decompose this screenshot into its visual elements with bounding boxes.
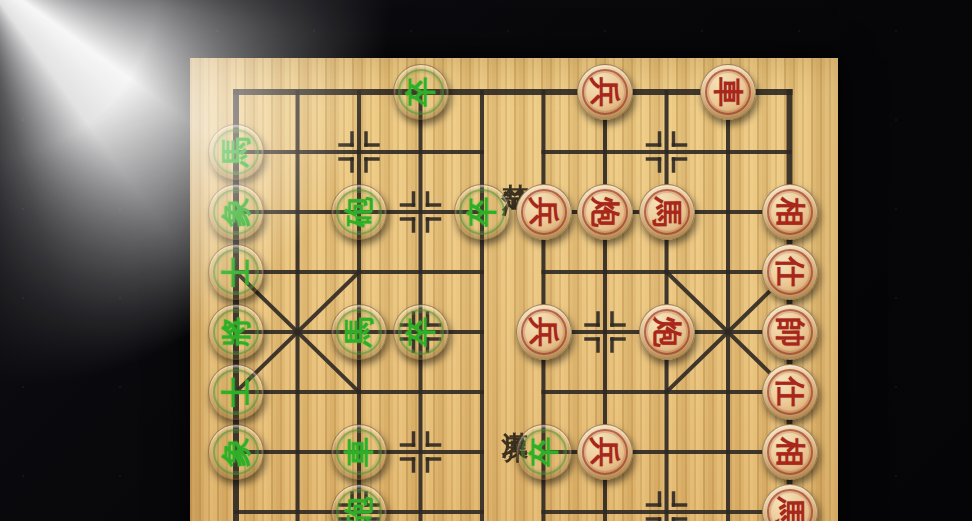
piece-green-elephant[interactable]: 象 xyxy=(208,424,264,480)
piece-ring: 兵 xyxy=(582,429,628,475)
piece-ring: 兵 xyxy=(521,309,567,355)
piece-ring: 仕 xyxy=(767,249,813,295)
piece-red-advisor[interactable]: 仕 xyxy=(762,364,818,420)
piece-character: 馬 xyxy=(344,317,374,347)
piece-red-general[interactable]: 帥 xyxy=(762,304,818,360)
piece-red-soldier[interactable]: 兵 xyxy=(516,184,572,240)
piece-character: 象 xyxy=(221,437,251,467)
piece-character: 象 xyxy=(221,197,251,227)
piece-ring: 馬 xyxy=(644,189,690,235)
piece-green-elephant[interactable]: 象 xyxy=(208,184,264,240)
piece-red-soldier[interactable]: 兵 xyxy=(516,304,572,360)
piece-character: 仕 xyxy=(775,257,805,287)
piece-ring: 卒 xyxy=(398,69,444,115)
piece-ring: 象 xyxy=(213,429,259,475)
piece-character: 兵 xyxy=(590,77,620,107)
piece-ring: 象 xyxy=(213,189,259,235)
piece-red-chariot[interactable]: 車 xyxy=(700,64,756,120)
scene: 楚河 漢界 馬象士將士象砲馬車砲卒卒卒卒兵車兵炮馬相仕兵炮帥仕兵相馬 xyxy=(0,0,972,521)
piece-character: 卒 xyxy=(406,77,436,107)
piece-ring: 帥 xyxy=(767,309,813,355)
piece-character: 砲 xyxy=(344,497,374,521)
piece-green-horse[interactable]: 馬 xyxy=(331,304,387,360)
piece-ring: 馬 xyxy=(767,489,813,521)
piece-red-horse[interactable]: 馬 xyxy=(639,184,695,240)
piece-character: 士 xyxy=(221,257,251,287)
piece-red-soldier[interactable]: 兵 xyxy=(577,424,633,480)
piece-ring: 仕 xyxy=(767,369,813,415)
piece-ring: 馬 xyxy=(336,309,382,355)
piece-character: 兵 xyxy=(529,197,559,227)
piece-ring: 相 xyxy=(767,189,813,235)
piece-character: 相 xyxy=(775,437,805,467)
piece-character: 馬 xyxy=(221,137,251,167)
piece-red-cannon[interactable]: 炮 xyxy=(577,184,633,240)
piece-character: 士 xyxy=(221,377,251,407)
piece-ring: 士 xyxy=(213,249,259,295)
piece-green-advisor[interactable]: 士 xyxy=(208,244,264,300)
xiangqi-board[interactable]: 楚河 漢界 馬象士將士象砲馬車砲卒卒卒卒兵車兵炮馬相仕兵炮帥仕兵相馬 xyxy=(190,58,838,521)
piece-character: 炮 xyxy=(590,197,620,227)
piece-character: 將 xyxy=(221,317,251,347)
piece-character: 卒 xyxy=(406,317,436,347)
river-text-bottom: 漢界 xyxy=(497,410,533,422)
piece-red-cannon[interactable]: 炮 xyxy=(639,304,695,360)
piece-character: 帥 xyxy=(775,317,805,347)
piece-character: 馬 xyxy=(775,497,805,521)
piece-green-advisor[interactable]: 士 xyxy=(208,364,264,420)
piece-ring: 兵 xyxy=(521,189,567,235)
piece-character: 炮 xyxy=(652,317,682,347)
piece-green-cannon[interactable]: 砲 xyxy=(331,184,387,240)
piece-ring: 炮 xyxy=(582,189,628,235)
piece-green-soldier[interactable]: 卒 xyxy=(393,64,449,120)
piece-character: 兵 xyxy=(590,437,620,467)
piece-green-general[interactable]: 將 xyxy=(208,304,264,360)
piece-ring: 相 xyxy=(767,429,813,475)
piece-character: 兵 xyxy=(529,317,559,347)
piece-red-elephant[interactable]: 相 xyxy=(762,184,818,240)
piece-green-soldier[interactable]: 卒 xyxy=(454,184,510,240)
piece-ring: 將 xyxy=(213,309,259,355)
piece-red-soldier[interactable]: 兵 xyxy=(577,64,633,120)
piece-ring: 車 xyxy=(705,69,751,115)
piece-green-soldier[interactable]: 卒 xyxy=(393,304,449,360)
piece-character: 卒 xyxy=(529,437,559,467)
piece-character: 相 xyxy=(775,197,805,227)
piece-ring: 卒 xyxy=(521,429,567,475)
piece-character: 仕 xyxy=(775,377,805,407)
piece-ring: 士 xyxy=(213,369,259,415)
piece-ring: 卒 xyxy=(398,309,444,355)
piece-green-soldier[interactable]: 卒 xyxy=(516,424,572,480)
piece-character: 車 xyxy=(713,77,743,107)
river-text-top: 楚河 xyxy=(497,162,533,174)
piece-ring: 砲 xyxy=(336,189,382,235)
piece-ring: 馬 xyxy=(213,129,259,175)
piece-character: 卒 xyxy=(467,197,497,227)
piece-green-chariot[interactable]: 車 xyxy=(331,424,387,480)
piece-red-advisor[interactable]: 仕 xyxy=(762,244,818,300)
piece-ring: 兵 xyxy=(582,69,628,115)
piece-ring: 砲 xyxy=(336,489,382,521)
board-grid xyxy=(190,58,838,521)
piece-red-elephant[interactable]: 相 xyxy=(762,424,818,480)
piece-ring: 卒 xyxy=(459,189,505,235)
piece-green-horse[interactable]: 馬 xyxy=(208,124,264,180)
piece-ring: 炮 xyxy=(644,309,690,355)
piece-character: 車 xyxy=(344,437,374,467)
piece-ring: 車 xyxy=(336,429,382,475)
piece-character: 馬 xyxy=(652,197,682,227)
piece-character: 砲 xyxy=(344,197,374,227)
